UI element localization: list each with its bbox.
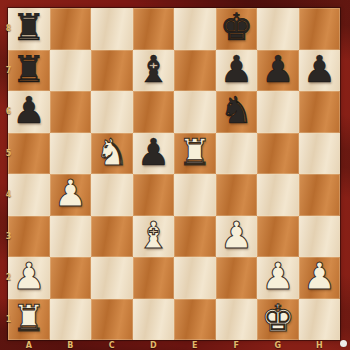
rank-label-3: 3: [0, 216, 17, 258]
square-g3[interactable]: [257, 216, 299, 258]
square-f3[interactable]: ♟: [216, 216, 258, 258]
square-c7[interactable]: [91, 50, 133, 92]
square-f1[interactable]: [216, 299, 258, 341]
square-d4[interactable]: [133, 174, 175, 216]
square-h2[interactable]: ♟: [299, 257, 341, 299]
square-e1[interactable]: [174, 299, 216, 341]
square-c1[interactable]: [91, 299, 133, 341]
square-g1[interactable]: ♚: [257, 299, 299, 341]
square-h4[interactable]: [299, 174, 341, 216]
rank-label-4: 4: [0, 174, 17, 216]
black-knight[interactable]: ♞: [220, 92, 253, 129]
square-e2[interactable]: [174, 257, 216, 299]
square-c4[interactable]: [91, 174, 133, 216]
square-f2[interactable]: [216, 257, 258, 299]
white-pawn[interactable]: ♟: [303, 258, 336, 295]
square-h1[interactable]: [299, 299, 341, 341]
white-pawn[interactable]: ♟: [220, 217, 253, 254]
square-d8[interactable]: [133, 8, 175, 50]
file-labels: ABCDEFGH: [8, 340, 340, 350]
square-c5[interactable]: ♞: [91, 133, 133, 175]
square-e4[interactable]: [174, 174, 216, 216]
file-label-f: F: [216, 340, 258, 350]
black-bishop[interactable]: ♝: [137, 51, 170, 88]
square-c6[interactable]: [91, 91, 133, 133]
square-h5[interactable]: [299, 133, 341, 175]
rank-label-6: 6: [0, 91, 17, 133]
square-e8[interactable]: [174, 8, 216, 50]
square-g5[interactable]: [257, 133, 299, 175]
file-label-a: A: [8, 340, 50, 350]
square-h3[interactable]: [299, 216, 341, 258]
black-pawn[interactable]: ♟: [261, 51, 294, 88]
square-d6[interactable]: [133, 91, 175, 133]
rank-labels: 87654321: [0, 8, 17, 340]
rank-label-5: 5: [0, 133, 17, 175]
square-g2[interactable]: ♟: [257, 257, 299, 299]
square-c8[interactable]: [91, 8, 133, 50]
white-rook[interactable]: ♜: [12, 300, 45, 337]
square-b2[interactable]: [50, 257, 92, 299]
white-pawn[interactable]: ♟: [12, 258, 45, 295]
black-pawn[interactable]: ♟: [12, 92, 45, 129]
square-g8[interactable]: [257, 8, 299, 50]
square-f4[interactable]: [216, 174, 258, 216]
square-g7[interactable]: ♟: [257, 50, 299, 92]
white-pawn[interactable]: ♟: [54, 175, 87, 212]
square-b8[interactable]: [50, 8, 92, 50]
file-label-c: C: [91, 340, 133, 350]
white-rook[interactable]: ♜: [178, 134, 211, 171]
square-f8[interactable]: ♚: [216, 8, 258, 50]
white-king[interactable]: ♚: [261, 300, 294, 337]
square-e7[interactable]: [174, 50, 216, 92]
rank-label-8: 8: [0, 8, 17, 50]
file-label-b: B: [50, 340, 92, 350]
square-h7[interactable]: ♟: [299, 50, 341, 92]
white-knight[interactable]: ♞: [95, 134, 128, 171]
square-d7[interactable]: ♝: [133, 50, 175, 92]
square-d2[interactable]: [133, 257, 175, 299]
square-f5[interactable]: [216, 133, 258, 175]
white-pawn[interactable]: ♟: [261, 258, 294, 295]
square-d3[interactable]: ♝: [133, 216, 175, 258]
rank-label-1: 1: [0, 299, 17, 341]
square-f6[interactable]: ♞: [216, 91, 258, 133]
file-label-h: H: [299, 340, 341, 350]
square-b5[interactable]: [50, 133, 92, 175]
rank-label-7: 7: [0, 50, 17, 92]
corner-dot: [340, 340, 347, 347]
square-b7[interactable]: [50, 50, 92, 92]
square-h8[interactable]: [299, 8, 341, 50]
black-pawn[interactable]: ♟: [303, 51, 336, 88]
square-g6[interactable]: [257, 91, 299, 133]
black-pawn[interactable]: ♟: [137, 134, 170, 171]
black-rook[interactable]: ♜: [12, 9, 45, 46]
square-h6[interactable]: [299, 91, 341, 133]
rank-label-2: 2: [0, 257, 17, 299]
square-c3[interactable]: [91, 216, 133, 258]
square-c2[interactable]: [91, 257, 133, 299]
square-e5[interactable]: ♜: [174, 133, 216, 175]
square-f7[interactable]: ♟: [216, 50, 258, 92]
square-b4[interactable]: ♟: [50, 174, 92, 216]
white-bishop[interactable]: ♝: [137, 217, 170, 254]
chess-board-frame: ♜♚♜♝♟♟♟♟♞♞♟♜♟♝♟♟♟♟♜♚ 87654321 ABCDEFGH: [0, 0, 350, 350]
square-b6[interactable]: [50, 91, 92, 133]
chess-board: ♜♚♜♝♟♟♟♟♞♞♟♜♟♝♟♟♟♟♜♚: [8, 8, 340, 340]
black-rook[interactable]: ♜: [12, 51, 45, 88]
square-d5[interactable]: ♟: [133, 133, 175, 175]
file-label-e: E: [174, 340, 216, 350]
square-b1[interactable]: [50, 299, 92, 341]
square-d1[interactable]: [133, 299, 175, 341]
file-label-d: D: [133, 340, 175, 350]
black-pawn[interactable]: ♟: [220, 51, 253, 88]
square-e3[interactable]: [174, 216, 216, 258]
file-label-g: G: [257, 340, 299, 350]
black-king[interactable]: ♚: [220, 9, 253, 46]
square-g4[interactable]: [257, 174, 299, 216]
square-b3[interactable]: [50, 216, 92, 258]
square-e6[interactable]: [174, 91, 216, 133]
